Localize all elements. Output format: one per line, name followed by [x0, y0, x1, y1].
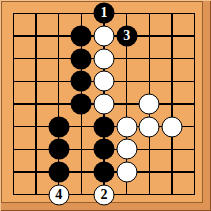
intersection[interactable]: [161, 2, 184, 25]
intersection[interactable]: [2, 47, 25, 70]
intersection: [93, 138, 116, 161]
intersection[interactable]: [25, 115, 48, 138]
black-stone: 3: [116, 25, 137, 46]
intersection: 3: [115, 25, 138, 48]
intersection[interactable]: [138, 183, 161, 206]
intersection[interactable]: [47, 47, 70, 70]
intersection[interactable]: [115, 93, 138, 116]
black-stone: [71, 25, 92, 46]
intersection[interactable]: [161, 93, 184, 116]
black-stone: [71, 71, 92, 92]
intersection: [70, 70, 93, 93]
black-stone: [48, 116, 69, 137]
black-stone: [93, 161, 114, 182]
intersection: 2: [93, 183, 116, 206]
intersection[interactable]: [183, 115, 206, 138]
white-stone: [161, 116, 182, 137]
intersection[interactable]: [2, 2, 25, 25]
intersection[interactable]: [138, 2, 161, 25]
intersection[interactable]: [183, 93, 206, 116]
intersection[interactable]: [47, 93, 70, 116]
black-stone: [48, 139, 69, 160]
intersection: [93, 115, 116, 138]
go-board: 1342: [0, 0, 211, 211]
intersection[interactable]: [47, 2, 70, 25]
intersection[interactable]: [70, 183, 93, 206]
intersection[interactable]: [115, 47, 138, 70]
intersection[interactable]: [115, 183, 138, 206]
intersection: [47, 161, 70, 184]
intersection: [93, 161, 116, 184]
intersection[interactable]: [2, 25, 25, 48]
intersection[interactable]: [25, 93, 48, 116]
intersection: [93, 70, 116, 93]
intersection[interactable]: [138, 161, 161, 184]
white-stone: [93, 93, 114, 114]
go-grid: 1342: [2, 2, 206, 206]
intersection[interactable]: [161, 70, 184, 93]
white-stone: 2: [93, 184, 114, 205]
intersection[interactable]: [183, 161, 206, 184]
intersection[interactable]: [25, 70, 48, 93]
intersection[interactable]: [2, 70, 25, 93]
intersection[interactable]: [25, 47, 48, 70]
intersection[interactable]: [183, 138, 206, 161]
black-stone: [71, 93, 92, 114]
white-stone: [116, 116, 137, 137]
intersection[interactable]: [25, 138, 48, 161]
intersection[interactable]: [161, 25, 184, 48]
intersection[interactable]: [70, 115, 93, 138]
intersection: [138, 115, 161, 138]
intersection[interactable]: [161, 183, 184, 206]
intersection[interactable]: [183, 47, 206, 70]
move-number: 4: [55, 187, 62, 202]
intersection: 1: [93, 2, 116, 25]
intersection[interactable]: [115, 2, 138, 25]
white-stone: [93, 71, 114, 92]
intersection[interactable]: [2, 183, 25, 206]
intersection[interactable]: [115, 70, 138, 93]
intersection[interactable]: [25, 183, 48, 206]
intersection[interactable]: [2, 138, 25, 161]
intersection[interactable]: [25, 25, 48, 48]
white-stone: [139, 93, 160, 114]
white-stone: [116, 161, 137, 182]
intersection[interactable]: [183, 2, 206, 25]
white-stone: [139, 116, 160, 137]
intersection[interactable]: [47, 25, 70, 48]
intersection[interactable]: [138, 25, 161, 48]
intersection: [93, 47, 116, 70]
intersection[interactable]: [47, 70, 70, 93]
black-stone: [71, 48, 92, 69]
intersection[interactable]: [70, 161, 93, 184]
intersection: [70, 93, 93, 116]
intersection[interactable]: [138, 47, 161, 70]
intersection: [138, 93, 161, 116]
intersection: [47, 138, 70, 161]
white-stone: [93, 25, 114, 46]
intersection: [47, 115, 70, 138]
intersection[interactable]: [138, 70, 161, 93]
black-stone: [48, 161, 69, 182]
intersection[interactable]: [2, 161, 25, 184]
intersection[interactable]: [25, 161, 48, 184]
intersection[interactable]: [183, 183, 206, 206]
intersection[interactable]: [25, 2, 48, 25]
intersection: [70, 25, 93, 48]
intersection[interactable]: [2, 93, 25, 116]
intersection: [93, 93, 116, 116]
intersection[interactable]: [161, 138, 184, 161]
black-stone: 1: [93, 3, 114, 24]
intersection[interactable]: [183, 70, 206, 93]
intersection: [93, 25, 116, 48]
intersection: 4: [47, 183, 70, 206]
intersection[interactable]: [161, 47, 184, 70]
black-stone: [93, 116, 114, 137]
intersection: [115, 115, 138, 138]
intersection: [115, 161, 138, 184]
intersection: [70, 47, 93, 70]
intersection[interactable]: [2, 115, 25, 138]
black-stone: [93, 139, 114, 160]
move-number: 3: [123, 28, 130, 43]
move-number: 2: [100, 187, 107, 202]
white-stone: [93, 48, 114, 69]
intersection: [161, 115, 184, 138]
intersection[interactable]: [138, 138, 161, 161]
intersection[interactable]: [183, 25, 206, 48]
intersection[interactable]: [70, 138, 93, 161]
white-stone: [116, 139, 137, 160]
intersection[interactable]: [70, 2, 93, 25]
intersection: [115, 138, 138, 161]
white-stone: 4: [48, 184, 69, 205]
intersection[interactable]: [161, 161, 184, 184]
move-number: 1: [100, 6, 107, 21]
